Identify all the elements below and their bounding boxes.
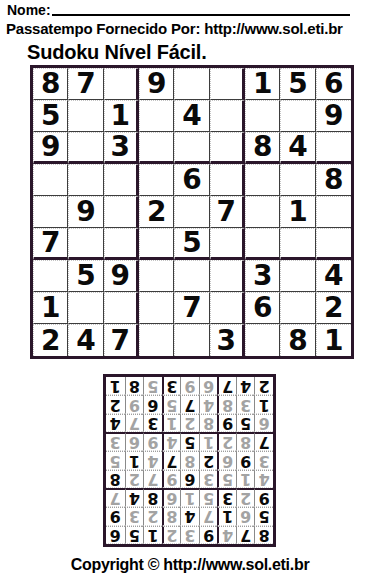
solution-cell-r1c1: 8 [254,526,273,544]
solution-cell-r1c7: 1 [143,526,162,544]
solution-cell-r2c4: 7 [199,507,218,525]
sudoku-cell-r7c5[interactable] [174,260,209,292]
solution-cell-r3c7: 8 [143,488,162,507]
solution-cell-r9c1: 2 [254,377,273,395]
provided-by-text: Passatempo Fornecido Por: http://www.sol… [6,20,343,37]
sudoku-cell-r6c9[interactable] [316,228,351,260]
solution-cell-r4c6: 9 [162,470,181,488]
solution-cell-r4c1: 4 [254,470,273,488]
sudoku-cell-r6c5: 5 [174,228,209,260]
solution-cell-r5c8: 1 [125,451,144,469]
solution-cell-r5c4: 2 [199,451,218,469]
sudoku-cell-r5c3[interactable] [104,196,139,228]
solution-cell-r7c1: 6 [254,414,273,432]
sudoku-cell-r7c1[interactable] [33,260,68,292]
sudoku-cell-r4c4[interactable] [139,164,174,196]
solution-cell-r1c9: 6 [106,526,125,544]
solution-cell-r1c3: 4 [217,526,236,544]
solution-cell-r7c3: 9 [217,414,236,432]
solution-cell-r4c9: 8 [106,470,125,488]
solution-cell-r1c2: 7 [236,526,255,544]
sudoku-cell-r4c5: 6 [174,164,209,196]
sudoku-cell-r2c5: 4 [174,100,209,132]
sudoku-cell-r3c7: 8 [245,132,280,164]
sudoku-cell-r9c2: 4 [68,324,103,356]
solution-cell-r1c5: 3 [180,526,199,544]
sudoku-board: 879156514993846892717559341762247381 [30,65,354,359]
solution-cell-r3c3: 3 [217,488,236,507]
solution-cell-r8c7: 6 [143,395,162,413]
solution-cell-r2c1: 5 [254,507,273,525]
solution-cell-r6c8: 6 [125,432,144,451]
sudoku-cell-r7c9: 4 [316,260,351,292]
solution-cell-r5c1: 3 [254,451,273,469]
sudoku-cell-r3c6[interactable] [210,132,245,164]
sudoku-cell-r9c1: 2 [33,324,68,356]
sudoku-cell-r9c9: 1 [316,324,351,356]
sudoku-cell-r2c6[interactable] [210,100,245,132]
solution-cell-r9c7: 5 [143,377,162,395]
sudoku-cell-r3c8: 4 [280,132,315,164]
solution-cell-r4c3: 5 [217,470,236,488]
solution-cell-r9c2: 4 [236,377,255,395]
page-title: Sudoku Nível Fácil. [27,41,207,64]
sudoku-cell-r4c8[interactable] [280,164,315,196]
solution-cell-r5c6: 7 [162,451,181,469]
solution-cell-r2c7: 2 [143,507,162,525]
sudoku-cell-r4c2[interactable] [68,164,103,196]
sudoku-cell-r1c9: 6 [316,68,351,100]
solution-cell-r8c2: 3 [236,395,255,413]
sudoku-cell-r9c5[interactable] [174,324,209,356]
sudoku-cell-r2c7[interactable] [245,100,280,132]
solution-cell-r1c6: 2 [162,526,181,544]
solution-cell-r3c9: 7 [106,488,125,507]
solution-cell-r2c3: 1 [217,507,236,525]
solution-cell-r3c1: 9 [254,488,273,507]
solution-cell-r2c2: 6 [236,507,255,525]
sudoku-cell-r3c2[interactable] [68,132,103,164]
sudoku-cell-r8c6[interactable] [210,292,245,324]
sudoku-cell-r8c1: 1 [33,292,68,324]
solution-cell-r6c1: 7 [254,432,273,451]
solution-cell-r6c6: 4 [162,432,181,451]
sudoku-cell-r4c6[interactable] [210,164,245,196]
solution-cell-r8c5: 7 [180,395,199,413]
solution-cell-r7c8: 7 [125,414,144,432]
solution-cell-r7c2: 5 [236,414,255,432]
solution-cell-r2c6: 8 [162,507,181,525]
solution-board: 8749321565617482399235168474153697283962… [103,374,276,547]
solution-cell-r8c1: 1 [254,395,273,413]
sudoku-cell-r8c7: 6 [245,292,280,324]
sudoku-cell-r8c9: 2 [316,292,351,324]
solution-cell-r2c5: 4 [180,507,199,525]
solution-cell-r6c2: 8 [236,432,255,451]
sudoku-cell-r5c7[interactable] [245,196,280,228]
sudoku-cell-r6c2[interactable] [68,228,103,260]
sudoku-cell-r5c5[interactable] [174,196,209,228]
solution-cell-r8c6: 5 [162,395,181,413]
solution-cell-r5c7: 4 [143,451,162,469]
sudoku-cell-r6c6[interactable] [210,228,245,260]
solution-cell-r2c8: 3 [125,507,144,525]
name-label: Nome: [7,2,51,18]
name-underline [52,0,350,16]
sudoku-cell-r1c1: 8 [33,68,68,100]
sudoku-cell-r5c1[interactable] [33,196,68,228]
sudoku-cell-r1c8: 5 [280,68,315,100]
solution-cell-r4c8: 2 [125,470,144,488]
solution-cell-r6c3: 2 [217,432,236,451]
sudoku-cell-r3c9[interactable] [316,132,351,164]
sudoku-cell-r6c3[interactable] [104,228,139,260]
sudoku-cell-r6c1: 7 [33,228,68,260]
sudoku-cell-r2c3: 1 [104,100,139,132]
sudoku-cell-r4c1[interactable] [33,164,68,196]
sudoku-cell-r9c8: 8 [280,324,315,356]
solution-cell-r4c5: 6 [180,470,199,488]
solution-cell-r3c4: 5 [199,488,218,507]
sudoku-cell-r5c9[interactable] [316,196,351,228]
solution-cell-r6c4: 1 [199,432,218,451]
sudoku-cell-r8c5: 7 [174,292,209,324]
sudoku-cell-r2c9: 9 [316,100,351,132]
sudoku-cell-r1c6[interactable] [210,68,245,100]
solution-cell-r7c7: 3 [143,414,162,432]
sudoku-cell-r8c8[interactable] [280,292,315,324]
sudoku-cell-r9c3: 7 [104,324,139,356]
sudoku-cell-r9c7[interactable] [245,324,280,356]
sudoku-cell-r4c9: 8 [316,164,351,196]
solution-cell-r1c4: 9 [199,526,218,544]
sudoku-cell-r5c6: 7 [210,196,245,228]
solution-cell-r8c3: 8 [217,395,236,413]
solution-cell-r5c2: 9 [236,451,255,469]
solution-cell-r3c2: 2 [236,488,255,507]
sudoku-cell-r8c4[interactable] [139,292,174,324]
sudoku-cell-r3c4[interactable] [139,132,174,164]
sudoku-cell-r4c7[interactable] [245,164,280,196]
solution-cell-r6c9: 3 [106,432,125,451]
solution-cell-r9c4: 6 [199,377,218,395]
sudoku-cell-r1c3[interactable] [104,68,139,100]
sudoku-cell-r7c2: 5 [68,260,103,292]
sudoku-cell-r7c3: 9 [104,260,139,292]
solution-cell-r5c3: 6 [217,451,236,469]
sudoku-cell-r1c5[interactable] [174,68,209,100]
sudoku-cell-r7c7: 3 [245,260,280,292]
sudoku-cell-r9c4[interactable] [139,324,174,356]
solution-cell-r4c4: 3 [199,470,218,488]
solution-cell-r9c8: 8 [125,377,144,395]
solution-cell-r5c5: 8 [180,451,199,469]
sudoku-cell-r4c3[interactable] [104,164,139,196]
worksheet-page: Nome: Passatempo Fornecido Por: http://w… [0,0,380,585]
solution-cell-r5c9: 5 [106,451,125,469]
copyright-text: Copyright © http://www.sol.eti.br [0,556,380,574]
sudoku-cell-r8c2[interactable] [68,292,103,324]
solution-cell-r3c5: 1 [180,488,199,507]
solution-cell-r4c7: 7 [143,470,162,488]
sudoku-cell-r3c3: 3 [104,132,139,164]
sudoku-cell-r5c8: 1 [280,196,315,228]
solution-cell-r8c4: 4 [199,395,218,413]
solution-cell-r3c6: 6 [162,488,181,507]
sudoku-cell-r3c5[interactable] [174,132,209,164]
solution-cell-r4c2: 1 [236,470,255,488]
sudoku-cell-r8c3[interactable] [104,292,139,324]
solution-cell-r9c9: 1 [106,377,125,395]
sudoku-cell-r6c4[interactable] [139,228,174,260]
solution-cell-r7c4: 8 [199,414,218,432]
solution-cell-r6c5: 5 [180,432,199,451]
solution-cell-r1c8: 5 [125,526,144,544]
sudoku-cell-r1c7: 1 [245,68,280,100]
sudoku-cell-r2c1: 5 [33,100,68,132]
sudoku-cell-r6c8[interactable] [280,228,315,260]
solution-cell-r9c6: 3 [162,377,181,395]
solution-cell-r9c3: 7 [217,377,236,395]
solution-cell-r7c9: 4 [106,414,125,432]
solution-cell-r3c8: 4 [125,488,144,507]
solution-cell-r6c7: 9 [143,432,162,451]
sudoku-cell-r5c2: 9 [68,196,103,228]
sudoku-cell-r1c4: 9 [139,68,174,100]
sudoku-cell-r1c2: 7 [68,68,103,100]
sudoku-cell-r2c8[interactable] [280,100,315,132]
sudoku-cell-r5c4: 2 [139,196,174,228]
sudoku-cell-r9c6: 3 [210,324,245,356]
sudoku-cell-r7c8[interactable] [280,260,315,292]
sudoku-cell-r6c7[interactable] [245,228,280,260]
solution-cell-r2c9: 9 [106,507,125,525]
solution-cell-r9c5: 9 [180,377,199,395]
sudoku-cell-r7c6[interactable] [210,260,245,292]
sudoku-cell-r3c1: 9 [33,132,68,164]
sudoku-cell-r2c2[interactable] [68,100,103,132]
sudoku-cell-r7c4[interactable] [139,260,174,292]
sudoku-cell-r2c4[interactable] [139,100,174,132]
solution-cell-r7c5: 2 [180,414,199,432]
solution-cell-r8c9: 2 [106,395,125,413]
solution-cell-r8c8: 9 [125,395,144,413]
solution-cell-r7c6: 1 [162,414,181,432]
